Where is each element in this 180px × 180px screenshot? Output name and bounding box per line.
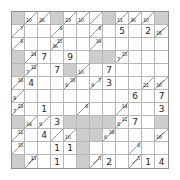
cell-r9-c9[interactable] xyxy=(129,129,142,142)
cell-r11-c8[interactable] xyxy=(116,155,129,168)
cell-r4-c9[interactable] xyxy=(129,64,142,77)
digit: 2 xyxy=(142,25,154,37)
cell-r2-c8[interactable] xyxy=(116,38,129,51)
cell-r4-c8[interactable] xyxy=(116,64,129,77)
cell-r7-c4[interactable] xyxy=(64,103,77,116)
cell-r7-c10[interactable] xyxy=(142,103,155,116)
across-clue: 5 xyxy=(98,156,101,161)
cell-r5-c5[interactable] xyxy=(77,77,90,90)
down-clue: 11 xyxy=(117,18,122,23)
digit: 1 xyxy=(142,155,154,168)
cell-r6-c4[interactable] xyxy=(64,90,77,103)
cell-r3-c9[interactable] xyxy=(129,51,142,64)
cell-r3-c4[interactable]: 9 xyxy=(64,51,77,64)
diagonal-line xyxy=(51,129,63,141)
down-clue: 26 xyxy=(39,18,44,23)
digit: 1 xyxy=(51,155,63,168)
cell-r8-c5 xyxy=(77,116,90,129)
down-clue: 10 xyxy=(156,135,161,140)
across-clue: 11 xyxy=(18,130,23,135)
digit: 9 xyxy=(64,51,76,63)
cell-r7-c9[interactable] xyxy=(129,103,142,116)
cell-r7-c7[interactable] xyxy=(103,103,116,116)
across-clue: 7 xyxy=(20,26,23,31)
cell-r5-c3[interactable] xyxy=(51,77,64,90)
cell-r11-c6: 5 xyxy=(90,155,103,168)
cell-r7-c11[interactable]: 3 xyxy=(155,103,168,116)
cell-r1-c3: 9 xyxy=(51,25,64,38)
cell-r2-c6: 19 xyxy=(90,38,103,51)
digit: 7 xyxy=(38,51,50,63)
cell-r10-c7[interactable] xyxy=(103,142,116,155)
cell-r10-c3[interactable]: 1 xyxy=(51,142,64,155)
cell-r10-c11[interactable] xyxy=(155,142,168,155)
cell-r0-c5: 10 xyxy=(77,12,90,25)
cell-r6-c6[interactable] xyxy=(90,90,103,103)
cell-r6-c3[interactable] xyxy=(51,90,64,103)
cell-r4-c1: 127 xyxy=(25,64,38,77)
cell-r4-c3[interactable]: 7 xyxy=(51,64,64,77)
cell-r3-c5[interactable] xyxy=(77,51,90,64)
cell-r3-c3[interactable] xyxy=(51,51,64,64)
down-clue: 15 xyxy=(156,31,161,36)
cell-r2-c9[interactable] xyxy=(129,38,142,51)
cell-r9-c10[interactable] xyxy=(142,129,155,142)
down-clue: 9 xyxy=(65,83,68,88)
across-clue: 15 xyxy=(18,143,23,148)
cell-r8-c10[interactable] xyxy=(142,116,155,129)
cell-r11-c7[interactable]: 2 xyxy=(103,155,116,168)
across-clue: 33 xyxy=(70,78,75,83)
cell-r6-c11[interactable]: 7 xyxy=(155,90,168,103)
cell-r0-c3 xyxy=(51,12,64,25)
cell-r5-c7[interactable]: 3 xyxy=(103,77,116,90)
cell-r6-c8[interactable] xyxy=(116,90,129,103)
digit: 7 xyxy=(51,64,63,76)
cell-r7-c6[interactable] xyxy=(90,103,103,116)
down-clue: 10 xyxy=(156,83,161,88)
cell-r2-c1[interactable] xyxy=(25,38,38,51)
across-clue: 7 xyxy=(98,78,101,83)
digit: 7 xyxy=(103,64,115,76)
across-clue: 11 xyxy=(122,117,127,122)
cell-r0-c11 xyxy=(155,12,168,25)
digit: 4 xyxy=(25,77,37,89)
digit: 1 xyxy=(51,142,63,154)
digit: 2 xyxy=(103,155,115,168)
cell-r6-c2[interactable] xyxy=(38,90,51,103)
down-clue: 10 xyxy=(65,135,70,140)
cell-r11-c4[interactable] xyxy=(64,155,77,168)
across-clue: 5 xyxy=(137,156,140,161)
cell-r4-c4 xyxy=(64,64,77,77)
cell-r5-c8[interactable] xyxy=(116,77,129,90)
down-clue: 14 xyxy=(26,122,31,127)
cell-r9-c6 xyxy=(90,129,103,142)
cell-r5-c1[interactable]: 4 xyxy=(25,77,38,90)
across-clue: 24 xyxy=(31,52,36,57)
down-clue: 8 xyxy=(117,122,120,127)
cell-r11-c11[interactable]: 4 xyxy=(155,155,168,168)
cell-r10-c4[interactable]: 1 xyxy=(64,142,77,155)
cell-r4-c6[interactable] xyxy=(90,64,103,77)
cell-r1-c8[interactable]: 5 xyxy=(116,25,129,38)
digit: 4 xyxy=(38,129,50,141)
down-clue: 9 xyxy=(91,83,94,88)
cell-r0-c7 xyxy=(103,12,116,25)
down-clue: 6 xyxy=(104,135,107,140)
cell-r8-c3[interactable]: 3 xyxy=(51,116,64,129)
cell-r2-c2[interactable] xyxy=(38,38,51,51)
cell-r9-c11: 10 xyxy=(155,129,168,142)
cell-r7-c0: 237 xyxy=(12,103,25,116)
cell-r7-c2[interactable]: 1 xyxy=(38,103,51,116)
cell-r5-c6: 79 xyxy=(90,77,103,90)
cell-r1-c5[interactable] xyxy=(77,25,90,38)
cell-r1-c0: 7 xyxy=(12,25,25,38)
cell-r2-c4[interactable] xyxy=(64,38,77,51)
cell-r8-c9[interactable]: 7 xyxy=(129,116,142,129)
cell-r4-c5: 10 xyxy=(77,64,90,77)
cell-r1-c6: 8 xyxy=(90,25,103,38)
cell-r8-c4 xyxy=(64,116,77,129)
cell-r9-c0: 11 xyxy=(12,129,25,142)
cell-r11-c0 xyxy=(12,155,25,168)
cell-r9-c7: 196 xyxy=(103,129,116,142)
across-clue: 13 xyxy=(31,156,36,161)
cell-r7-c8: 14 xyxy=(116,103,129,116)
cell-r3-c1: 24 xyxy=(25,51,38,64)
cell-r8-c0 xyxy=(12,116,25,129)
cell-r0-c6 xyxy=(90,12,103,25)
cell-r6-c1[interactable] xyxy=(25,90,38,103)
cell-r4-c0 xyxy=(12,64,25,77)
cell-r8-c2: 9 xyxy=(38,116,51,129)
cell-r1-c10[interactable]: 2 xyxy=(142,25,155,38)
down-clue: 21 xyxy=(143,83,148,88)
across-clue: 8 xyxy=(85,104,88,109)
digit: 3 xyxy=(155,103,168,115)
cell-r9-c3 xyxy=(51,129,64,142)
cell-r6-c10[interactable] xyxy=(142,90,155,103)
cell-r0-c9: 36 xyxy=(129,12,142,25)
down-clue: 7 xyxy=(13,109,16,114)
cell-r10-c6[interactable] xyxy=(90,142,103,155)
cell-r3-c7 xyxy=(103,51,116,64)
digit: 3 xyxy=(51,116,63,128)
cell-r1-c7[interactable] xyxy=(103,25,116,38)
cell-r0-c10: 10 xyxy=(142,12,155,25)
cell-r3-c2[interactable]: 7 xyxy=(38,51,51,64)
digit: 1 xyxy=(38,103,50,115)
cell-r4-c7[interactable]: 7 xyxy=(103,64,116,77)
across-clue: 15 xyxy=(122,52,127,57)
across-clue: 23 xyxy=(18,104,23,109)
across-clue: 8 xyxy=(137,143,140,148)
cell-r11-c3[interactable]: 1 xyxy=(51,155,64,168)
cell-r3-c11[interactable] xyxy=(155,51,168,64)
across-clue: 12 xyxy=(31,65,36,70)
digit: 1 xyxy=(64,142,76,154)
cell-r0-c1: 10 xyxy=(25,12,38,25)
down-clue: 10 xyxy=(143,18,148,23)
cell-r0-c2: 26 xyxy=(38,12,51,25)
across-clue: 8 xyxy=(98,26,101,31)
cell-r1-c4[interactable] xyxy=(64,25,77,38)
cell-r1-c11: 15 xyxy=(155,25,168,38)
cell-r5-c2[interactable] xyxy=(38,77,51,90)
down-clue: 10 xyxy=(26,18,31,23)
cell-r2-c3: 1536 xyxy=(51,38,64,51)
cell-r5-c0: 18 xyxy=(12,77,25,90)
cell-r10-c9: 8 xyxy=(129,142,142,155)
cell-r2-c7[interactable] xyxy=(103,38,116,51)
cell-r11-c5 xyxy=(77,155,90,168)
cell-r10-c1[interactable] xyxy=(25,142,38,155)
cell-r1-c2[interactable] xyxy=(38,25,51,38)
cell-r8-c6 xyxy=(90,116,103,129)
cell-r9-c8[interactable] xyxy=(116,129,129,142)
digit: 5 xyxy=(116,25,128,37)
cell-r3-c6 xyxy=(90,51,103,64)
cell-r8-c1: 14 xyxy=(25,116,38,129)
cell-r11-c2[interactable] xyxy=(38,155,51,168)
down-clue: 7 xyxy=(26,70,29,75)
cell-r7-c5: 8 xyxy=(77,103,90,116)
cell-r6-c9[interactable]: 6 xyxy=(129,90,142,103)
cell-r10-c10[interactable] xyxy=(142,142,155,155)
cell-r3-c8: 157 xyxy=(116,51,129,64)
digit: 7 xyxy=(129,116,141,128)
cell-r9-c5 xyxy=(77,129,90,142)
digit: 7 xyxy=(155,90,168,102)
across-clue: 9 xyxy=(59,26,62,31)
cell-r10-c0: 15 xyxy=(12,142,25,155)
cell-r4-c11[interactable] xyxy=(155,64,168,77)
cell-r9-c1[interactable] xyxy=(25,129,38,142)
across-clue: 14 xyxy=(122,104,127,109)
cell-r5-c10: 21 xyxy=(142,77,155,90)
cell-r0-c8: 11 xyxy=(116,12,129,25)
across-clue: 19 xyxy=(96,39,101,44)
cell-r7-c3[interactable] xyxy=(51,103,64,116)
diagonal-line xyxy=(90,12,102,24)
across-clue: 8 xyxy=(20,39,23,44)
cell-r2-c11[interactable] xyxy=(155,38,168,51)
cell-r0-c4: 23 xyxy=(64,12,77,25)
down-clue: 7 xyxy=(117,57,120,62)
cell-r1-c1[interactable] xyxy=(25,25,38,38)
cell-r11-c10[interactable]: 1 xyxy=(142,155,155,168)
cell-r2-c5[interactable] xyxy=(77,38,90,51)
digit: 3 xyxy=(103,77,115,89)
across-clue: 15 xyxy=(57,39,62,44)
cell-r8-c8: 118 xyxy=(116,116,129,129)
down-clue: 36 xyxy=(130,18,135,23)
down-clue: 9 xyxy=(39,122,42,127)
kakuro-board: 1026231011361079852158153619247915712771… xyxy=(11,11,169,169)
cell-r10-c2[interactable] xyxy=(38,142,51,155)
cell-r8-c7 xyxy=(103,116,116,129)
down-clue: 23 xyxy=(65,18,70,23)
cell-r7-c1[interactable] xyxy=(25,103,38,116)
cell-r2-c0: 8 xyxy=(12,38,25,51)
down-clue: 10 xyxy=(78,70,83,75)
cell-r4-c10[interactable] xyxy=(142,64,155,77)
digit: 4 xyxy=(155,155,168,168)
cell-r6-c0: 9 xyxy=(12,90,25,103)
cell-r9-c2[interactable]: 4 xyxy=(38,129,51,142)
cell-r11-c9: 5 xyxy=(129,155,142,168)
across-clue: 18 xyxy=(18,78,23,83)
cell-r6-c7[interactable] xyxy=(103,90,116,103)
digit: 6 xyxy=(129,90,141,102)
cell-r10-c5 xyxy=(77,142,90,155)
down-clue: 10 xyxy=(78,18,83,23)
cell-r3-c10[interactable] xyxy=(142,51,155,64)
cell-r5-c4: 339 xyxy=(64,77,77,90)
cell-r8-c11 xyxy=(155,116,168,129)
cell-r6-c5[interactable] xyxy=(77,90,90,103)
cell-r3-c0 xyxy=(12,51,25,64)
across-clue: 19 xyxy=(109,130,114,135)
cell-r0-c0 xyxy=(12,12,25,25)
cell-r5-c11: 10 xyxy=(155,77,168,90)
cell-r1-c9[interactable] xyxy=(129,25,142,38)
cell-r2-c10[interactable] xyxy=(142,38,155,51)
down-clue: 36 xyxy=(52,44,57,49)
cell-r10-c8[interactable] xyxy=(116,142,129,155)
cell-r5-c9[interactable] xyxy=(129,77,142,90)
cell-r4-c2[interactable] xyxy=(38,64,51,77)
cell-r11-c1: 13 xyxy=(25,155,38,168)
cell-r9-c4: 10 xyxy=(64,129,77,142)
down-clue: 9 xyxy=(13,96,16,101)
